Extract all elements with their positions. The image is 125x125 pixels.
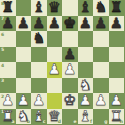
piece-black-pawn-d7[interactable]: ♟ xyxy=(48,15,61,31)
square-h1[interactable]: h♜ xyxy=(109,109,125,125)
square-e4[interactable]: ♟ xyxy=(62,62,78,78)
piece-black-rook-a8[interactable]: ♜ xyxy=(1,0,14,15)
piece-white-pawn-d4[interactable]: ♟ xyxy=(48,62,61,78)
piece-white-king-e2[interactable]: ♚ xyxy=(63,93,76,109)
square-f7[interactable]: ♟ xyxy=(78,16,94,32)
piece-white-pawn-a2[interactable]: ♟ xyxy=(1,93,14,109)
piece-white-pawn-c2[interactable]: ♟ xyxy=(32,93,45,109)
piece-white-pawn-h2[interactable]: ♟ xyxy=(110,93,123,109)
piece-black-pawn-a7[interactable]: ♟ xyxy=(1,15,14,31)
square-d1[interactable]: d♛ xyxy=(47,109,63,125)
piece-black-king-e7[interactable]: ♚ xyxy=(63,15,76,31)
square-c6[interactable]: ♞ xyxy=(31,31,47,47)
square-h7[interactable]: ♟ xyxy=(109,16,125,32)
rank-label-3: 3 xyxy=(1,78,4,83)
square-g4[interactable] xyxy=(93,62,109,78)
chess-board: 8♜♝♛♝♞♜7♟♟♟♟♚♟♟♟6♞5♟4♟♟3♞2♟♟♟♚♟♟♟1a♜b♞c♝… xyxy=(0,0,124,124)
piece-black-knight-g8[interactable]: ♞ xyxy=(94,0,107,15)
square-h4[interactable] xyxy=(109,62,125,78)
piece-black-pawn-h7[interactable]: ♟ xyxy=(110,15,123,31)
square-b1[interactable]: b♞ xyxy=(16,109,32,125)
square-c1[interactable]: c♝ xyxy=(31,109,47,125)
file-label-e: e xyxy=(73,119,76,124)
square-a5[interactable]: 5 xyxy=(0,47,16,63)
square-g1[interactable]: g xyxy=(93,109,109,125)
square-e2[interactable]: ♚ xyxy=(62,93,78,109)
square-f1[interactable]: f♝ xyxy=(78,109,94,125)
square-d3[interactable] xyxy=(47,78,63,94)
square-d4[interactable]: ♟ xyxy=(47,62,63,78)
square-d6[interactable] xyxy=(47,31,63,47)
square-g7[interactable]: ♟ xyxy=(93,16,109,32)
piece-white-pawn-f2[interactable]: ♟ xyxy=(79,93,92,109)
rank-label-6: 6 xyxy=(1,32,4,37)
piece-black-pawn-b7[interactable]: ♟ xyxy=(17,15,30,31)
square-b5[interactable] xyxy=(16,47,32,63)
piece-white-pawn-e4[interactable]: ♟ xyxy=(63,62,76,78)
piece-black-pawn-e5[interactable]: ♟ xyxy=(63,46,76,62)
square-h6[interactable] xyxy=(109,31,125,47)
square-f6[interactable] xyxy=(78,31,94,47)
square-d7[interactable]: ♟ xyxy=(47,16,63,32)
square-h5[interactable] xyxy=(109,47,125,63)
piece-black-knight-c6[interactable]: ♞ xyxy=(32,31,45,47)
piece-black-pawn-c7[interactable]: ♟ xyxy=(32,15,45,31)
piece-white-knight-b1[interactable]: ♞ xyxy=(17,108,30,124)
piece-black-rook-h8[interactable]: ♜ xyxy=(110,0,123,15)
square-g6[interactable] xyxy=(93,31,109,47)
piece-white-pawn-b2[interactable]: ♟ xyxy=(17,93,30,109)
rank-label-4: 4 xyxy=(1,63,4,68)
piece-white-rook-a1[interactable]: ♜ xyxy=(1,108,14,124)
square-f5[interactable] xyxy=(78,47,94,63)
piece-white-knight-f3[interactable]: ♞ xyxy=(79,77,92,93)
square-e7[interactable]: ♚ xyxy=(62,16,78,32)
piece-white-bishop-c1[interactable]: ♝ xyxy=(32,108,45,124)
piece-black-pawn-g7[interactable]: ♟ xyxy=(94,15,107,31)
square-g5[interactable] xyxy=(93,47,109,63)
piece-white-queen-d1[interactable]: ♛ xyxy=(48,108,61,124)
square-e1[interactable]: e xyxy=(62,109,78,125)
piece-black-queen-d8[interactable]: ♛ xyxy=(48,0,61,15)
square-b7[interactable]: ♟ xyxy=(16,16,32,32)
file-label-g: g xyxy=(104,119,107,124)
rank-label-5: 5 xyxy=(1,47,4,52)
square-a1[interactable]: 1a♜ xyxy=(0,109,16,125)
square-a6[interactable]: 6 xyxy=(0,31,16,47)
piece-white-pawn-g2[interactable]: ♟ xyxy=(94,93,107,109)
square-b4[interactable] xyxy=(16,62,32,78)
piece-white-bishop-f1[interactable]: ♝ xyxy=(79,108,92,124)
square-a7[interactable]: 7♟ xyxy=(0,16,16,32)
square-c4[interactable] xyxy=(31,62,47,78)
square-b6[interactable] xyxy=(16,31,32,47)
piece-black-bishop-c8[interactable]: ♝ xyxy=(32,0,45,15)
square-c5[interactable] xyxy=(31,47,47,63)
piece-black-bishop-f8[interactable]: ♝ xyxy=(79,0,92,15)
square-a4[interactable]: 4 xyxy=(0,62,16,78)
piece-white-rook-h1[interactable]: ♜ xyxy=(110,108,123,124)
square-g2[interactable]: ♟ xyxy=(93,93,109,109)
piece-black-pawn-f7[interactable]: ♟ xyxy=(79,15,92,31)
